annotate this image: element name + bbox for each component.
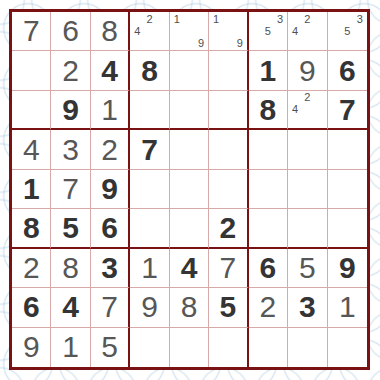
pencil-mark-slot-1: 1	[210, 13, 222, 25]
pencil-mark-slot-9	[156, 37, 168, 49]
cell-r4c5[interactable]	[170, 130, 209, 169]
cell-r2c9[interactable]: 6	[328, 51, 367, 90]
pencil-marks: 24	[289, 92, 325, 127]
pencil-mark-slot-8	[341, 37, 353, 49]
pencil-marks: 35	[329, 13, 366, 49]
pencil-marks: 19	[171, 13, 207, 49]
cell-r2c1[interactable]	[12, 51, 51, 90]
cell-r4c4[interactable]: 7	[130, 130, 169, 169]
cell-r9c4[interactable]	[130, 328, 169, 367]
cell-r5c1[interactable]: 1	[12, 170, 51, 209]
cell-r3c5[interactable]	[170, 91, 209, 130]
pencil-marks: 24	[289, 13, 325, 49]
cell-r4c2[interactable]: 3	[51, 130, 90, 169]
cell-r4c6[interactable]	[209, 130, 248, 169]
pencil-mark-slot-6	[195, 25, 207, 37]
pencil-mark-slot-6	[274, 25, 286, 37]
pencil-mark-slot-6	[313, 25, 325, 37]
cell-r2c5[interactable]	[170, 51, 209, 90]
cell-r8c2[interactable]: 4	[51, 288, 90, 327]
pencil-mark-slot-2: 2	[301, 92, 313, 104]
pencil-mark-slot-2	[183, 13, 195, 25]
cell-r6c7[interactable]	[249, 209, 288, 248]
cell-r7c4[interactable]: 1	[130, 249, 169, 288]
pencil-mark-slot-2	[222, 13, 234, 25]
pencil-mark-slot-8	[301, 37, 313, 49]
cell-r4c8[interactable]	[288, 130, 327, 169]
pencil-mark-slot-1	[131, 13, 143, 25]
cell-r5c6[interactable]	[209, 170, 248, 209]
cell-r7c1[interactable]: 2	[12, 249, 51, 288]
pencil-mark-slot-1	[329, 13, 341, 25]
pencil-mark-slot-3	[195, 13, 207, 25]
cell-r3c2[interactable]: 9	[51, 91, 90, 130]
cell-r1c5[interactable]: 19	[170, 12, 209, 51]
pencil-mark-slot-5: 5	[341, 25, 353, 37]
cell-r9c3[interactable]: 5	[91, 328, 130, 367]
cell-r9c7[interactable]	[249, 328, 288, 367]
pencil-mark-slot-8	[143, 37, 155, 49]
pencil-mark-slot-5	[183, 25, 195, 37]
cell-r3c6[interactable]	[209, 91, 248, 130]
pencil-mark-slot-9	[313, 37, 325, 49]
pencil-mark-slot-5	[301, 25, 313, 37]
cell-r8c3[interactable]: 7	[91, 288, 130, 327]
pencil-mark-slot-8	[222, 37, 234, 49]
cell-r1c6[interactable]: 19	[209, 12, 248, 51]
pencil-mark-slot-6	[313, 104, 325, 116]
cell-r6c3[interactable]: 6	[91, 209, 130, 248]
cell-r9c6[interactable]	[209, 328, 248, 367]
cell-r7c7[interactable]: 6	[249, 249, 288, 288]
cell-r1c1[interactable]: 7	[12, 12, 51, 51]
cell-r2c2[interactable]: 2	[51, 51, 90, 90]
pencil-mark-slot-5	[301, 104, 313, 116]
cell-r5c5[interactable]	[170, 170, 209, 209]
cell-r2c8[interactable]: 9	[288, 51, 327, 90]
pencil-mark-slot-3: 3	[274, 13, 286, 25]
pencil-marks: 35	[250, 13, 286, 49]
pencil-mark-slot-4: 4	[289, 104, 301, 116]
pencil-mark-slot-5	[222, 25, 234, 37]
cell-r4c7[interactable]	[249, 130, 288, 169]
cell-r7c2[interactable]: 8	[51, 249, 90, 288]
cell-r8c6[interactable]: 5	[209, 288, 248, 327]
pencil-mark-slot-2	[341, 13, 353, 25]
pencil-mark-slot-6	[156, 25, 168, 37]
cell-r9c5[interactable]	[170, 328, 209, 367]
pencil-mark-slot-6	[354, 25, 366, 37]
pencil-mark-slot-3	[156, 13, 168, 25]
pencil-mark-slot-2	[262, 13, 274, 25]
cell-r6c8[interactable]	[288, 209, 327, 248]
cell-r4c1[interactable]: 4	[12, 130, 51, 169]
pencil-mark-slot-7	[250, 37, 262, 49]
cell-r5c9[interactable]	[328, 170, 367, 209]
cell-r7c6[interactable]: 7	[209, 249, 248, 288]
cell-r3c1[interactable]	[12, 91, 51, 130]
cell-r6c9[interactable]	[328, 209, 367, 248]
pencil-mark-slot-2: 2	[143, 13, 155, 25]
page-background: { "game": "sudoku", "position": "7680000…	[0, 0, 380, 380]
cell-r9c9[interactable]	[328, 328, 367, 367]
pencil-mark-slot-1	[250, 13, 262, 25]
pencil-mark-slot-7	[131, 37, 143, 49]
cell-r7c9[interactable]: 9	[328, 249, 367, 288]
cell-r9c1[interactable]: 9	[12, 328, 51, 367]
cell-r3c8[interactable]: 24	[288, 91, 327, 130]
cell-r6c5[interactable]	[170, 209, 209, 248]
cell-r7c5[interactable]: 4	[170, 249, 209, 288]
cell-r8c5[interactable]: 8	[170, 288, 209, 327]
pencil-mark-slot-9: 9	[234, 37, 246, 49]
cell-r4c3[interactable]: 2	[91, 130, 130, 169]
pencil-mark-slot-7	[289, 116, 301, 128]
cell-r6c4[interactable]	[130, 209, 169, 248]
pencil-mark-slot-8	[262, 37, 274, 49]
pencil-mark-slot-8	[301, 116, 313, 128]
pencil-mark-slot-4	[329, 25, 341, 37]
cell-r1c9[interactable]: 35	[328, 12, 367, 51]
pencil-mark-slot-3: 3	[354, 13, 366, 25]
pencil-mark-slot-4: 4	[289, 25, 301, 37]
pencil-marks: 24	[131, 13, 167, 49]
cell-r6c1[interactable]: 8	[12, 209, 51, 248]
pencil-mark-slot-9	[354, 37, 366, 49]
cell-r2c7[interactable]: 1	[249, 51, 288, 90]
cell-r8c9[interactable]: 1	[328, 288, 367, 327]
cell-r7c8[interactable]: 5	[288, 249, 327, 288]
pencil-mark-slot-5: 5	[262, 25, 274, 37]
cell-r1c3[interactable]: 8	[91, 12, 130, 51]
pencil-mark-slot-1	[289, 92, 301, 104]
cell-r1c4[interactable]: 24	[130, 12, 169, 51]
cell-r3c9[interactable]: 7	[328, 91, 367, 130]
pencil-mark-slot-4: 4	[131, 25, 143, 37]
pencil-mark-slot-3	[313, 92, 325, 104]
cell-r1c7[interactable]: 35	[249, 12, 288, 51]
cell-r5c8[interactable]	[288, 170, 327, 209]
cell-r2c3[interactable]: 4	[91, 51, 130, 90]
pencil-mark-slot-2: 2	[301, 13, 313, 25]
cell-r6c6[interactable]: 2	[209, 209, 248, 248]
cell-r4c9[interactable]	[328, 130, 367, 169]
cell-r8c7[interactable]: 2	[249, 288, 288, 327]
pencil-mark-slot-3	[234, 13, 246, 25]
cell-r5c2[interactable]: 7	[51, 170, 90, 209]
cell-r6c2[interactable]: 5	[51, 209, 90, 248]
pencil-mark-slot-4	[171, 25, 183, 37]
pencil-mark-slot-4	[250, 25, 262, 37]
pencil-mark-slot-7	[210, 37, 222, 49]
pencil-mark-slot-3	[313, 13, 325, 25]
cell-r7c3[interactable]: 3	[91, 249, 130, 288]
pencil-mark-slot-9: 9	[195, 37, 207, 49]
pencil-mark-slot-5	[143, 25, 155, 37]
cell-r2c6[interactable]	[209, 51, 248, 90]
cell-r9c8[interactable]	[288, 328, 327, 367]
pencil-mark-slot-8	[183, 37, 195, 49]
sudoku-board: 7682419193524352481969182474327179856228…	[9, 9, 370, 370]
cell-r1c8[interactable]: 24	[288, 12, 327, 51]
cell-r8c1[interactable]: 6	[12, 288, 51, 327]
pencil-mark-slot-9	[274, 37, 286, 49]
pencil-mark-slot-7	[329, 37, 341, 49]
cell-r5c3[interactable]: 9	[91, 170, 130, 209]
cell-r1c2[interactable]: 6	[51, 12, 90, 51]
pencil-mark-slot-4	[210, 25, 222, 37]
pencil-mark-slot-6	[234, 25, 246, 37]
cell-r2c4[interactable]: 8	[130, 51, 169, 90]
cell-r3c3[interactable]: 1	[91, 91, 130, 130]
cell-r9c2[interactable]: 1	[51, 328, 90, 367]
pencil-mark-slot-1	[289, 13, 301, 25]
cell-r5c4[interactable]	[130, 170, 169, 209]
pencil-mark-slot-1: 1	[171, 13, 183, 25]
cell-r3c4[interactable]	[130, 91, 169, 130]
pencil-mark-slot-7	[171, 37, 183, 49]
cell-r5c7[interactable]	[249, 170, 288, 209]
pencil-mark-slot-9	[313, 116, 325, 128]
cell-r8c4[interactable]: 9	[130, 288, 169, 327]
pencil-marks: 19	[210, 13, 245, 49]
cell-r3c7[interactable]: 8	[249, 91, 288, 130]
pencil-mark-slot-7	[289, 37, 301, 49]
cell-r8c8[interactable]: 3	[288, 288, 327, 327]
